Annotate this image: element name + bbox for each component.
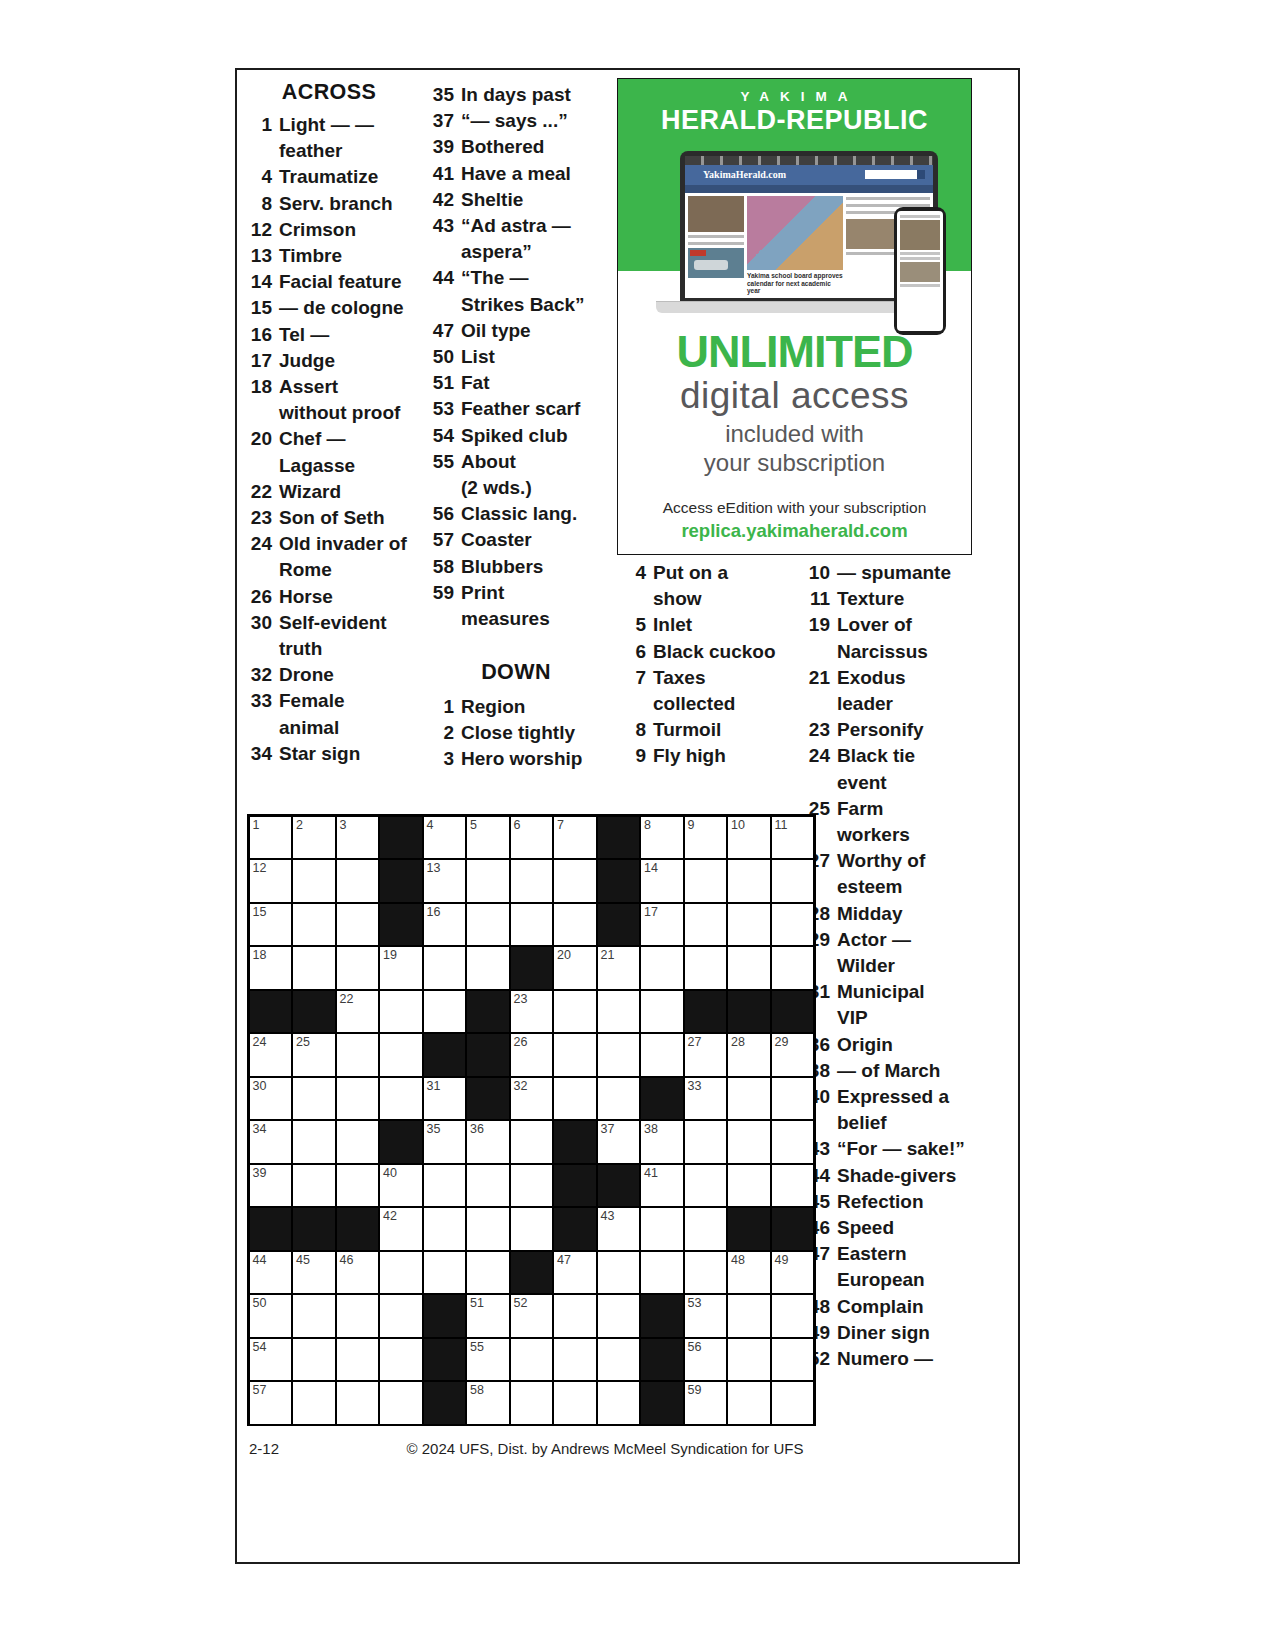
clue-item: 44Shade-givers: [800, 1163, 1005, 1189]
grid-cell[interactable]: [772, 904, 814, 946]
black-cell: [598, 1165, 640, 1207]
clue-text: Exodus leader: [837, 665, 906, 717]
clue-number: 2: [430, 720, 454, 746]
grid-cell[interactable]: 11: [772, 817, 814, 859]
grid-cell[interactable]: [728, 947, 770, 989]
clue-item: 44“The — Strikes Back”: [430, 265, 618, 317]
clue-text: Close tightly: [461, 720, 575, 746]
grid-cell[interactable]: [641, 1034, 683, 1076]
cell-number: 50: [253, 1296, 267, 1310]
black-cell: [728, 991, 770, 1033]
black-cell: [685, 991, 727, 1033]
clue-item: 4Traumatize: [248, 164, 416, 190]
clue-item: 1Region: [430, 694, 618, 720]
grid-cell[interactable]: 26: [511, 1034, 553, 1076]
clue-text: Blubbers: [461, 554, 543, 580]
grid-cell[interactable]: [467, 1252, 509, 1294]
grid-cell[interactable]: 14: [641, 860, 683, 902]
clue-item: 58Blubbers: [430, 554, 618, 580]
cell-number: 45: [296, 1253, 310, 1267]
clue-text: Horse: [279, 584, 333, 610]
clue-text: Turmoil: [653, 717, 721, 743]
clue-text: — spumante: [837, 560, 951, 586]
grid-cell[interactable]: 30: [250, 1078, 292, 1120]
grid-cell[interactable]: [728, 904, 770, 946]
grid-cell[interactable]: 35: [424, 1121, 466, 1163]
grid-cell[interactable]: [685, 1165, 727, 1207]
grid-cell[interactable]: [380, 1295, 422, 1337]
clue-item: 35In days past: [430, 82, 618, 108]
grid-cell[interactable]: 45: [293, 1252, 335, 1294]
grid-cell[interactable]: [511, 1208, 553, 1250]
grid-cell[interactable]: [337, 1339, 379, 1381]
clue-item: 9Fly high: [622, 743, 804, 769]
grid-cell[interactable]: 25: [293, 1034, 335, 1076]
grid-cell[interactable]: [337, 1295, 379, 1337]
clue-text: Print measures: [461, 580, 550, 632]
grid-cell[interactable]: [728, 1121, 770, 1163]
clue-text: Actor — Wilder: [837, 927, 911, 979]
down-clues-column-1: 1Region2Close tightly3Hero worship: [430, 694, 618, 773]
clue-text: Bothered: [461, 134, 544, 160]
grid-cell[interactable]: [554, 1295, 596, 1337]
grid-cell[interactable]: [554, 860, 596, 902]
clue-text: Timbre: [279, 243, 342, 269]
ad-brand-city: YAKIMA: [623, 89, 972, 104]
grid-cell[interactable]: [293, 860, 335, 902]
black-cell: [250, 1208, 292, 1250]
cell-number: 12: [253, 861, 267, 875]
clue-item: 36Origin: [800, 1032, 1005, 1058]
grid-cell[interactable]: [380, 1382, 422, 1424]
grid-cell[interactable]: 33: [685, 1078, 727, 1120]
clue-number: 44: [430, 265, 454, 291]
clue-text: Serv. branch: [279, 191, 393, 217]
grid-cell[interactable]: 48: [728, 1252, 770, 1294]
grid-cell[interactable]: 50: [250, 1295, 292, 1337]
grid-cell[interactable]: [685, 1252, 727, 1294]
clue-number: 18: [248, 374, 272, 400]
cell-number: 11: [775, 818, 788, 832]
cell-number: 33: [688, 1079, 702, 1093]
site-masthead-label: YakimaHerald.com: [703, 169, 786, 180]
grid-cell[interactable]: 9: [685, 817, 727, 859]
grid-cell[interactable]: 2: [293, 817, 335, 859]
grid-cell[interactable]: 8: [641, 817, 683, 859]
black-cell: [467, 1034, 509, 1076]
grid-cell[interactable]: [511, 1339, 553, 1381]
clue-text: Spiked club: [461, 423, 568, 449]
grid-cell[interactable]: 41: [641, 1165, 683, 1207]
grid-cell[interactable]: [772, 1339, 814, 1381]
clue-item: 25Farm workers: [800, 796, 1005, 848]
cell-number: 34: [253, 1122, 267, 1136]
grid-cell[interactable]: 6: [511, 817, 553, 859]
clue-item: 18Assert without proof: [248, 374, 416, 426]
grid-cell[interactable]: [337, 1165, 379, 1207]
cell-number: 21: [601, 948, 615, 962]
grid-cell[interactable]: [337, 860, 379, 902]
cell-number: 52: [514, 1296, 528, 1310]
grid-cell[interactable]: [685, 904, 727, 946]
grid-cell[interactable]: [772, 1382, 814, 1424]
grid-cell[interactable]: 36: [467, 1121, 509, 1163]
grid-cell[interactable]: [728, 1165, 770, 1207]
clue-text: Tel —: [279, 322, 329, 348]
clue-text: Lover of Narcissus: [837, 612, 928, 664]
grid-cell[interactable]: 53: [685, 1295, 727, 1337]
clue-number: 4: [622, 560, 646, 586]
grid-cell[interactable]: [293, 1382, 335, 1424]
grid-cell[interactable]: [380, 991, 422, 1033]
text-line: [900, 284, 940, 287]
grid-cell[interactable]: [554, 1078, 596, 1120]
black-cell: [641, 1295, 683, 1337]
clue-number: 39: [430, 134, 454, 160]
clue-number: 43: [430, 213, 454, 239]
clue-item: 8Turmoil: [622, 717, 804, 743]
clue-number: 32: [248, 662, 272, 688]
cell-number: 56: [688, 1340, 702, 1354]
grid-cell[interactable]: [511, 860, 553, 902]
clue-item: 43“For — sake!”: [800, 1136, 1005, 1162]
grid-cell[interactable]: [685, 1208, 727, 1250]
grid-cell[interactable]: 28: [728, 1034, 770, 1076]
grid-cell[interactable]: [685, 947, 727, 989]
cell-number: 54: [253, 1340, 267, 1354]
clue-text: Inlet: [653, 612, 692, 638]
grid-cell[interactable]: [424, 991, 466, 1033]
grid-cell[interactable]: [293, 1339, 335, 1381]
across-clues-column-1: 1Light — — feather4Traumatize8Serv. bran…: [248, 112, 416, 767]
clue-item: 22Wizard: [248, 479, 416, 505]
grid-cell[interactable]: [772, 947, 814, 989]
cell-number: 7: [557, 818, 564, 832]
grid-cell[interactable]: [511, 1121, 553, 1163]
grid-cell[interactable]: [641, 1208, 683, 1250]
grid-cell[interactable]: [380, 1252, 422, 1294]
grid-cell[interactable]: 22: [337, 991, 379, 1033]
grid-cell[interactable]: 37: [598, 1121, 640, 1163]
grid-cell[interactable]: [772, 1121, 814, 1163]
clue-item: 34Star sign: [248, 741, 416, 767]
clue-item: 52Numero —: [800, 1346, 1005, 1372]
clue-text: Crimson: [279, 217, 356, 243]
clue-number: 20: [248, 426, 272, 452]
grid-cell[interactable]: [728, 860, 770, 902]
cell-number: 35: [427, 1122, 441, 1136]
grid-cell[interactable]: 52: [511, 1295, 553, 1337]
cell-number: 38: [644, 1122, 658, 1136]
black-cell: [641, 1078, 683, 1120]
grid-cell[interactable]: 29: [772, 1034, 814, 1076]
grid-cell[interactable]: 7: [554, 817, 596, 859]
grid-cell[interactable]: [467, 947, 509, 989]
grid-cell[interactable]: [598, 1295, 640, 1337]
grid-cell[interactable]: [598, 1034, 640, 1076]
clue-item: 46Speed: [800, 1215, 1005, 1241]
grid-cell[interactable]: [598, 1252, 640, 1294]
clue-item: 21Exodus leader: [800, 665, 1005, 717]
clue-item: 14Facial feature: [248, 269, 416, 295]
red-label: [690, 250, 706, 256]
grid-cell[interactable]: [293, 904, 335, 946]
grid-cell[interactable]: [337, 904, 379, 946]
clue-text: Black tie event: [837, 743, 915, 795]
clue-number: 56: [430, 501, 454, 527]
grid-cell[interactable]: [554, 1339, 596, 1381]
clue-item: 29Actor — Wilder: [800, 927, 1005, 979]
grid-cell[interactable]: 16: [424, 904, 466, 946]
grid-cell[interactable]: 38: [641, 1121, 683, 1163]
clue-item: 16Tel —: [248, 322, 416, 348]
grid-cell[interactable]: 3: [337, 817, 379, 859]
grid-cell[interactable]: 51: [467, 1295, 509, 1337]
grid-cell[interactable]: 12: [250, 860, 292, 902]
black-cell: [380, 817, 422, 859]
cell-number: 29: [775, 1035, 789, 1049]
grid-cell[interactable]: 43: [598, 1208, 640, 1250]
grid-cell[interactable]: [467, 904, 509, 946]
ad-brand-name: HERALD-REPUBLIC: [618, 105, 971, 136]
grid-cell[interactable]: [554, 991, 596, 1033]
grid-cell[interactable]: [293, 1295, 335, 1337]
ad-url-link[interactable]: replica.yakimaherald.com: [618, 520, 971, 542]
grid-cell[interactable]: [380, 1034, 422, 1076]
grid-cell[interactable]: 4: [424, 817, 466, 859]
black-cell: [598, 860, 640, 902]
clue-number: 55: [430, 449, 454, 475]
grid-cell[interactable]: 1: [250, 817, 292, 859]
clue-item: 54Spiked club: [430, 423, 618, 449]
phone-screen: [897, 211, 943, 331]
grid-cell[interactable]: [511, 904, 553, 946]
grid-cell[interactable]: [467, 1165, 509, 1207]
grid-cell[interactable]: 24: [250, 1034, 292, 1076]
clue-number: 57: [430, 527, 454, 553]
clue-number: 5: [622, 612, 646, 638]
grid-cell[interactable]: [641, 991, 683, 1033]
grid-cell[interactable]: [728, 1295, 770, 1337]
clue-number: 23: [248, 505, 272, 531]
clue-item: 10— spumante: [800, 560, 1005, 586]
clue-item: 53Feather scarf: [430, 396, 618, 422]
grid-cell[interactable]: [424, 1165, 466, 1207]
black-cell: [424, 1295, 466, 1337]
clue-number: 3: [430, 746, 454, 772]
grid-cell[interactable]: [337, 1121, 379, 1163]
grid-cell[interactable]: [293, 1078, 335, 1120]
cell-number: 20: [557, 948, 571, 962]
clue-number: 8: [248, 191, 272, 217]
black-cell: [293, 991, 335, 1033]
clue-text: Drone: [279, 662, 334, 688]
grid-cell[interactable]: [424, 1208, 466, 1250]
grid-cell[interactable]: [511, 1165, 553, 1207]
black-cell: [250, 991, 292, 1033]
grid-cell[interactable]: 54: [250, 1339, 292, 1381]
clue-item: 27Worthy of esteem: [800, 848, 1005, 900]
grid-cell[interactable]: [772, 1295, 814, 1337]
clue-number: 51: [430, 370, 454, 396]
cell-number: 48: [731, 1253, 745, 1267]
down-clues-column-2: 4Put on a show5Inlet6Black cuckoo7Taxes …: [622, 560, 804, 770]
clue-text: Have a meal: [461, 161, 571, 187]
grid-cell[interactable]: [424, 947, 466, 989]
clue-text: Farm workers: [837, 796, 910, 848]
puzzle-date-code: 2-12: [249, 1440, 279, 1457]
phone-photo: [900, 220, 940, 250]
grid-cell[interactable]: 44: [250, 1252, 292, 1294]
grid-cell[interactable]: [598, 1078, 640, 1120]
grid-cell[interactable]: 47: [554, 1252, 596, 1294]
grid-cell[interactable]: [337, 1382, 379, 1424]
grid-cell[interactable]: [424, 1252, 466, 1294]
grid-cell[interactable]: [772, 1078, 814, 1120]
grid-cell[interactable]: [511, 1382, 553, 1424]
cell-number: 3: [340, 818, 347, 832]
across-header: ACROSS: [248, 80, 410, 105]
grid-cell[interactable]: 27: [685, 1034, 727, 1076]
subscription-ad[interactable]: YAKIMA HERALD-REPUBLIC YakimaHerald.com: [617, 78, 972, 555]
grid-cell[interactable]: [554, 1382, 596, 1424]
grid-cell[interactable]: [380, 1339, 422, 1381]
grid-cell[interactable]: 21: [598, 947, 640, 989]
cell-number: 5: [470, 818, 477, 832]
grid-cell[interactable]: 46: [337, 1252, 379, 1294]
grid-cell[interactable]: 39: [250, 1165, 292, 1207]
clue-text: Complain: [837, 1294, 924, 1320]
grid-cell[interactable]: 5: [467, 817, 509, 859]
clue-text: — of March: [837, 1058, 940, 1084]
black-cell: [467, 1078, 509, 1120]
search-box: [865, 170, 925, 179]
grid-cell[interactable]: 58: [467, 1382, 509, 1424]
clue-text: Oil type: [461, 318, 531, 344]
clue-text: “— says ...”: [461, 108, 568, 134]
clue-text: Self-evident truth: [279, 610, 387, 662]
grid-cell[interactable]: 20: [554, 947, 596, 989]
grid-cell[interactable]: [685, 860, 727, 902]
clue-text: Coaster: [461, 527, 532, 553]
grid-cell[interactable]: 18: [250, 947, 292, 989]
cell-number: 47: [557, 1253, 571, 1267]
clue-number: 11: [800, 586, 830, 612]
grid-cell[interactable]: 59: [685, 1382, 727, 1424]
clue-item: 19Lover of Narcissus: [800, 612, 1005, 664]
clue-item: 12Crimson: [248, 217, 416, 243]
cell-number: 10: [731, 818, 745, 832]
cell-number: 28: [731, 1035, 745, 1049]
grid-cell[interactable]: 17: [641, 904, 683, 946]
clue-text: Black cuckoo: [653, 639, 776, 665]
grid-cell[interactable]: 10: [728, 817, 770, 859]
clue-number: 12: [248, 217, 272, 243]
grid-cell[interactable]: [641, 947, 683, 989]
grid-cell[interactable]: 31: [424, 1078, 466, 1120]
cell-number: 30: [253, 1079, 267, 1093]
grid-cell[interactable]: [337, 1078, 379, 1120]
grid-cell[interactable]: 56: [685, 1339, 727, 1381]
grid-cell[interactable]: [598, 991, 640, 1033]
black-cell: [511, 947, 553, 989]
grid-cell[interactable]: [728, 1382, 770, 1424]
clue-text: Star sign: [279, 741, 360, 767]
grid-cell[interactable]: 55: [467, 1339, 509, 1381]
clue-item: 6Black cuckoo: [622, 639, 804, 665]
grid-cell[interactable]: [772, 860, 814, 902]
grid-cell[interactable]: 57: [250, 1382, 292, 1424]
clue-item: 23Personify: [800, 717, 1005, 743]
grid-cell[interactable]: 49: [772, 1252, 814, 1294]
grid-cell[interactable]: [641, 1252, 683, 1294]
grid-cell[interactable]: [685, 1121, 727, 1163]
clue-number: 24: [248, 531, 272, 557]
clue-number: 59: [430, 580, 454, 606]
grid-cell[interactable]: [772, 1165, 814, 1207]
grid-cell[interactable]: [293, 1165, 335, 1207]
clue-text: Chef — Lagasse: [279, 426, 355, 478]
grid-cell[interactable]: 32: [511, 1078, 553, 1120]
clue-text: List: [461, 344, 495, 370]
text-line: [846, 197, 930, 200]
clue-number: 22: [248, 479, 272, 505]
clue-number: 17: [248, 348, 272, 374]
grid-cell[interactable]: [598, 1339, 640, 1381]
grid-cell[interactable]: [467, 860, 509, 902]
clue-item: 45Refection: [800, 1189, 1005, 1215]
clue-item: 38— of March: [800, 1058, 1005, 1084]
grid-cell[interactable]: [293, 1121, 335, 1163]
clue-text: Put on a show: [653, 560, 728, 612]
grid-cell[interactable]: 40: [380, 1165, 422, 1207]
car-shape: [694, 260, 728, 270]
grid-cell[interactable]: [728, 1339, 770, 1381]
grid-cell[interactable]: [598, 1382, 640, 1424]
grid-cell[interactable]: 42: [380, 1208, 422, 1250]
grid-cell[interactable]: [467, 1208, 509, 1250]
grid-cell[interactable]: [554, 1034, 596, 1076]
cell-number: 31: [427, 1079, 441, 1093]
grid-cell[interactable]: 23: [511, 991, 553, 1033]
grid-cell[interactable]: 15: [250, 904, 292, 946]
black-cell: [424, 1382, 466, 1424]
clue-text: Female animal: [279, 688, 344, 740]
grid-cell[interactable]: [337, 947, 379, 989]
clue-item: 3Hero worship: [430, 746, 618, 772]
grid-cell[interactable]: 19: [380, 947, 422, 989]
clue-item: 57Coaster: [430, 527, 618, 553]
grid-cell[interactable]: [728, 1078, 770, 1120]
cell-number: 8: [644, 818, 651, 832]
grid-cell[interactable]: [337, 1034, 379, 1076]
grid-cell[interactable]: [293, 947, 335, 989]
clue-text: Fat: [461, 370, 490, 396]
crossword-grid: 1234567891011121314151617181920212223242…: [247, 814, 816, 1426]
cell-number: 51: [470, 1296, 484, 1310]
clue-number: 4: [248, 164, 272, 190]
grid-cell[interactable]: 34: [250, 1121, 292, 1163]
black-cell: [598, 904, 640, 946]
ad-included-line: included with: [618, 420, 971, 448]
grid-cell[interactable]: [380, 1078, 422, 1120]
clue-text: Worthy of esteem: [837, 848, 925, 900]
clue-number: 13: [248, 243, 272, 269]
grid-cell[interactable]: 13: [424, 860, 466, 902]
black-cell: [380, 860, 422, 902]
cell-number: 44: [253, 1253, 267, 1267]
grid-cell[interactable]: [554, 904, 596, 946]
